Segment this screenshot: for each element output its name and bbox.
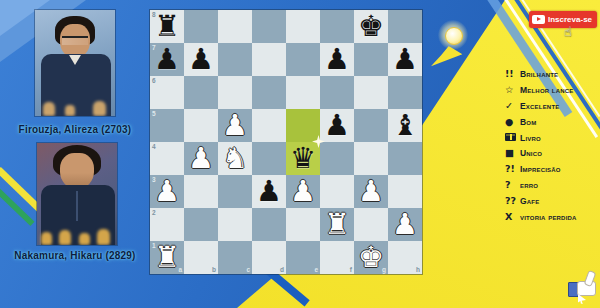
square-f4[interactable]	[320, 142, 354, 175]
legend-label-5: Unico	[520, 148, 542, 158]
file-label-a: a	[178, 266, 182, 273]
white-pawn-g3[interactable]: ♟	[354, 175, 388, 208]
square-c3[interactable]	[218, 175, 252, 208]
square-c5[interactable]: ♟	[218, 109, 252, 142]
black-pawn-f7[interactable]: ♟	[320, 43, 354, 76]
square-c4[interactable]: ♞	[218, 142, 252, 175]
video-thumbnail: 8♜♚7♟♟♟♟65♟♟♝4♟♞♛3♟♟♟♟2♜♟1a♜bcdefg♚h Fir…	[0, 0, 600, 308]
file-label-c: c	[246, 266, 250, 273]
square-g3[interactable]: ♟	[354, 175, 388, 208]
square-e4[interactable]: ♛	[286, 142, 320, 175]
square-a7[interactable]: 7♟	[150, 43, 184, 76]
blurred-chess-pieces	[37, 229, 117, 245]
x-icon: X	[505, 212, 520, 222]
square-c8[interactable]	[218, 10, 252, 43]
square-g2[interactable]	[354, 208, 388, 241]
book-icon	[505, 133, 520, 143]
file-label-f: f	[350, 266, 352, 273]
square-b3[interactable]	[184, 175, 218, 208]
square-a6[interactable]: 6	[150, 76, 184, 109]
white-rook-f2[interactable]: ♜	[320, 208, 354, 241]
legend-label-2: Excelente	[520, 101, 559, 111]
square-f8[interactable]	[320, 10, 354, 43]
square-e7[interactable]	[286, 43, 320, 76]
legend-label-8: Gafe	[520, 196, 539, 206]
player-name-bottom: Nakamura, Hikaru (2829)	[0, 250, 150, 261]
black-bishop-h5[interactable]: ♝	[388, 109, 422, 142]
legend-item-5: ■Unico	[505, 145, 600, 161]
white-pawn-c5[interactable]: ♟	[218, 109, 252, 142]
square-h6[interactable]	[388, 76, 422, 109]
legend-label-0: Brilhante	[520, 69, 558, 79]
star-outline-icon: ☆	[505, 85, 520, 95]
square-f1[interactable]: f	[320, 241, 354, 274]
square-d5[interactable]	[252, 109, 286, 142]
square-f5[interactable]: ♟	[320, 109, 354, 142]
square-a5[interactable]: 5	[150, 109, 184, 142]
square-a8[interactable]: 8♜	[150, 10, 184, 43]
square-a2[interactable]: 2	[150, 208, 184, 241]
square-b2[interactable]	[184, 208, 218, 241]
square-e2[interactable]	[286, 208, 320, 241]
subscribe-button[interactable]: Inscreva-se	[529, 11, 597, 28]
square-c6[interactable]	[218, 76, 252, 109]
square-g7[interactable]	[354, 43, 388, 76]
square-b7[interactable]: ♟	[184, 43, 218, 76]
square-h7[interactable]: ♟	[388, 43, 422, 76]
rank-label-1: 1	[152, 242, 156, 249]
thumbs-up-icon[interactable]	[566, 268, 600, 302]
checkmark-icon: ✓	[505, 101, 520, 111]
square-a1[interactable]: 1a♜	[150, 241, 184, 274]
black-pawn-b7[interactable]: ♟	[184, 43, 218, 76]
black-pawn-f5[interactable]: ♟	[320, 109, 354, 142]
legend-item-0: !!Brilhante	[505, 66, 600, 82]
square-e1[interactable]: e	[286, 241, 320, 274]
play-triangle-icon	[537, 17, 541, 21]
square-d7[interactable]	[252, 43, 286, 76]
legend-item-7: ?erro	[505, 177, 600, 193]
square-g8[interactable]: ♚	[354, 10, 388, 43]
legend-label-7: erro	[520, 180, 538, 190]
square-h8[interactable]	[388, 10, 422, 43]
white-pawn-b4[interactable]: ♟	[184, 142, 218, 175]
square-c7[interactable]	[218, 43, 252, 76]
hand-cursor-icon: ☝	[564, 24, 572, 39]
square-h5[interactable]: ♝	[388, 109, 422, 142]
square-e5[interactable]	[286, 109, 320, 142]
square-d3[interactable]: ♟	[252, 175, 286, 208]
square-g6[interactable]	[354, 76, 388, 109]
question-icon: ?	[505, 180, 520, 190]
orb-ball	[445, 27, 463, 45]
square-d4[interactable]	[252, 142, 286, 175]
rank-label-8: 8	[152, 11, 156, 18]
square-f6[interactable]	[320, 76, 354, 109]
legend-item-4: Livro	[505, 130, 600, 146]
square-g4[interactable]	[354, 142, 388, 175]
legend-item-9: Xvitoria perdida	[505, 209, 600, 225]
square-h1[interactable]: h	[388, 241, 422, 274]
chess-board: 8♜♚7♟♟♟♟65♟♟♝4♟♞♛3♟♟♟♟2♜♟1a♜bcdefg♚h	[150, 10, 422, 274]
youtube-play-icon	[532, 15, 545, 24]
filled-circle-icon: ●	[505, 117, 520, 127]
square-b5[interactable]	[184, 109, 218, 142]
white-pawn-e3[interactable]: ♟	[286, 175, 320, 208]
square-g1[interactable]: g♚	[354, 241, 388, 274]
square-e6[interactable]	[286, 76, 320, 109]
zipper	[76, 191, 78, 221]
glasses	[62, 36, 88, 45]
double-exclam-icon: !!	[505, 69, 520, 79]
square-f7[interactable]: ♟	[320, 43, 354, 76]
square-b6[interactable]	[184, 76, 218, 109]
legend-item-3: ●Bom	[505, 114, 600, 130]
file-label-b: b	[212, 266, 216, 273]
square-a4[interactable]: 4	[150, 142, 184, 175]
legend-item-6: ?!Imprecisão	[505, 161, 600, 177]
legend-label-4: Livro	[520, 133, 541, 143]
player-name-top: Firouzja, Alireza (2703)	[0, 124, 150, 135]
book-icon	[505, 133, 516, 141]
square-d2[interactable]	[252, 208, 286, 241]
square-h4[interactable]	[388, 142, 422, 175]
file-label-e: e	[314, 266, 318, 273]
rank-label-7: 7	[152, 44, 156, 51]
legend-item-2: ✓Excelente	[505, 98, 600, 114]
file-label-h: h	[416, 266, 420, 273]
rank-label-2: 2	[152, 209, 156, 216]
square-g5[interactable]	[354, 109, 388, 142]
rank-label-5: 5	[152, 110, 156, 117]
face	[60, 153, 94, 189]
file-label-g: g	[382, 266, 386, 273]
square-c2[interactable]	[218, 208, 252, 241]
comet-orb-icon	[430, 18, 484, 70]
square-d8[interactable]	[252, 10, 286, 43]
square-f3[interactable]	[320, 175, 354, 208]
black-pawn-h7[interactable]: ♟	[388, 43, 422, 76]
legend-label-3: Bom	[520, 117, 536, 127]
player-photo-nakamura	[37, 143, 117, 245]
square-b8[interactable]	[184, 10, 218, 43]
legend-label-1: Melhor lance	[520, 85, 574, 95]
square-d1[interactable]: d	[252, 241, 286, 274]
annotation-legend: !!Brilhante☆Melhor lance✓Excelente●BomLi…	[505, 66, 600, 225]
square-e8[interactable]	[286, 10, 320, 43]
rank-label-4: 4	[152, 143, 156, 150]
subscribe-label: Inscreva-se	[548, 15, 592, 24]
square-b4[interactable]: ♟	[184, 142, 218, 175]
square-e3[interactable]: ♟	[286, 175, 320, 208]
white-knight-c4[interactable]: ♞	[218, 142, 252, 175]
file-label-d: d	[280, 266, 284, 273]
square-d6[interactable]	[252, 76, 286, 109]
blurred-chess-pieces	[35, 100, 115, 116]
square-b1[interactable]: b	[184, 241, 218, 274]
square-a3[interactable]: 3♟	[150, 175, 184, 208]
square-c1[interactable]: c	[218, 241, 252, 274]
player-photo-firouzja	[35, 10, 115, 116]
black-pawn-d3[interactable]: ♟	[252, 175, 286, 208]
white-pawn-h2[interactable]: ♟	[388, 208, 422, 241]
black-queen-e4[interactable]: ♛	[286, 142, 320, 175]
legend-item-8: ??Gafe	[505, 193, 600, 209]
black-king-g8[interactable]: ♚	[354, 10, 388, 43]
double-question-icon: ??	[505, 196, 520, 206]
rank-label-6: 6	[152, 77, 156, 84]
square-h3[interactable]	[388, 175, 422, 208]
question-exclam-icon: ?!	[505, 164, 520, 174]
legend-label-6: Imprecisão	[520, 164, 561, 174]
filled-square-icon: ■	[505, 148, 520, 158]
square-f2[interactable]: ♜	[320, 208, 354, 241]
legend-item-1: ☆Melhor lance	[505, 82, 600, 98]
rank-label-3: 3	[152, 176, 156, 183]
square-h2[interactable]: ♟	[388, 208, 422, 241]
legend-label-9: vitoria perdida	[520, 212, 577, 222]
